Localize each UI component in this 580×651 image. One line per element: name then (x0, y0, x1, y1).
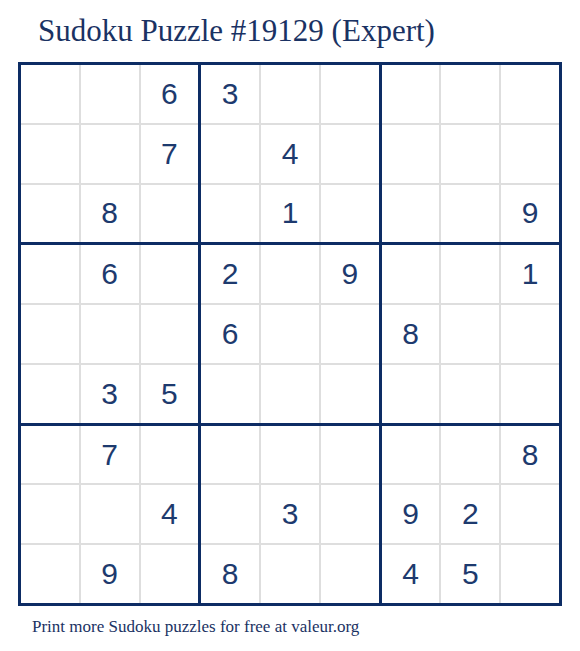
cell-r5c1[interactable] (21, 305, 79, 363)
cell-r3c9: 9 (501, 185, 559, 243)
page-title: Sudoku Puzzle #19129 (Expert) (38, 13, 435, 49)
cell-r9c3[interactable] (141, 545, 199, 603)
cell-r6c8[interactable] (441, 365, 499, 423)
box-1-3: 9 (382, 65, 559, 242)
cell-r9c5[interactable] (261, 545, 319, 603)
cell-r4c6: 9 (321, 245, 379, 303)
cell-r9c6[interactable] (321, 545, 379, 603)
cell-r4c8[interactable] (441, 245, 499, 303)
cell-r2c2[interactable] (81, 125, 139, 183)
cell-r2c9[interactable] (501, 125, 559, 183)
cell-r5c5[interactable] (261, 305, 319, 363)
cell-r8c8: 2 (441, 485, 499, 543)
cell-r8c2[interactable] (81, 485, 139, 543)
cell-r6c3: 5 (141, 365, 199, 423)
cell-r3c6[interactable] (321, 185, 379, 243)
cell-r3c1[interactable] (21, 185, 79, 243)
cell-r5c2[interactable] (81, 305, 139, 363)
cell-r1c1[interactable] (21, 65, 79, 123)
sudoku-page: Sudoku Puzzle #19129 (Expert) 6783419635… (0, 0, 580, 651)
cell-r6c1[interactable] (21, 365, 79, 423)
cell-r6c9[interactable] (501, 365, 559, 423)
cell-r1c6[interactable] (321, 65, 379, 123)
cell-r4c2: 6 (81, 245, 139, 303)
cell-r5c4: 6 (201, 305, 259, 363)
cell-r8c4[interactable] (201, 485, 259, 543)
box-2-3: 18 (382, 245, 559, 422)
cell-r7c9: 8 (501, 426, 559, 484)
cell-r5c7: 8 (382, 305, 440, 363)
cell-r1c7[interactable] (382, 65, 440, 123)
cell-r7c3[interactable] (141, 426, 199, 484)
cell-r1c3: 6 (141, 65, 199, 123)
cell-r6c7[interactable] (382, 365, 440, 423)
cell-r8c6[interactable] (321, 485, 379, 543)
cell-r1c9[interactable] (501, 65, 559, 123)
cell-r2c8[interactable] (441, 125, 499, 183)
cell-r7c1[interactable] (21, 426, 79, 484)
cell-r7c5[interactable] (261, 426, 319, 484)
cell-r4c3[interactable] (141, 245, 199, 303)
cell-r3c8[interactable] (441, 185, 499, 243)
cell-r4c1[interactable] (21, 245, 79, 303)
cell-r7c8[interactable] (441, 426, 499, 484)
cell-r4c5[interactable] (261, 245, 319, 303)
cell-r9c8: 5 (441, 545, 499, 603)
cell-r2c1[interactable] (21, 125, 79, 183)
cell-r2c7[interactable] (382, 125, 440, 183)
box-1-2: 341 (201, 65, 378, 242)
sudoku-board: 6783419635296187493889245 (18, 62, 562, 606)
cell-r8c9[interactable] (501, 485, 559, 543)
cell-r5c9[interactable] (501, 305, 559, 363)
box-3-1: 749 (21, 426, 198, 603)
cell-r1c8[interactable] (441, 65, 499, 123)
cell-r3c5: 1 (261, 185, 319, 243)
cell-r7c2: 7 (81, 426, 139, 484)
cell-r5c6[interactable] (321, 305, 379, 363)
cell-r2c6[interactable] (321, 125, 379, 183)
cell-r9c7: 4 (382, 545, 440, 603)
box-3-3: 89245 (382, 426, 559, 603)
cell-r3c7[interactable] (382, 185, 440, 243)
cell-r6c2: 3 (81, 365, 139, 423)
box-2-1: 635 (21, 245, 198, 422)
cell-r9c4: 8 (201, 545, 259, 603)
cell-r2c5: 4 (261, 125, 319, 183)
cell-r5c8[interactable] (441, 305, 499, 363)
cell-r6c5[interactable] (261, 365, 319, 423)
cell-r8c7: 9 (382, 485, 440, 543)
box-3-2: 38 (201, 426, 378, 603)
cell-r9c9[interactable] (501, 545, 559, 603)
cell-r6c6[interactable] (321, 365, 379, 423)
cell-r3c3[interactable] (141, 185, 199, 243)
cell-r5c3[interactable] (141, 305, 199, 363)
cell-r8c5: 3 (261, 485, 319, 543)
cell-r4c9: 1 (501, 245, 559, 303)
cell-r6c4[interactable] (201, 365, 259, 423)
cell-r1c2[interactable] (81, 65, 139, 123)
cell-r8c1[interactable] (21, 485, 79, 543)
cell-r9c1[interactable] (21, 545, 79, 603)
cell-r2c3: 7 (141, 125, 199, 183)
cell-r1c4: 3 (201, 65, 259, 123)
cell-r2c4[interactable] (201, 125, 259, 183)
cell-r9c2: 9 (81, 545, 139, 603)
cell-r8c3: 4 (141, 485, 199, 543)
cell-r3c2: 8 (81, 185, 139, 243)
cell-r1c5[interactable] (261, 65, 319, 123)
box-2-2: 296 (201, 245, 378, 422)
cell-r7c4[interactable] (201, 426, 259, 484)
box-1-1: 678 (21, 65, 198, 242)
footer-credit: Print more Sudoku puzzles for free at va… (32, 617, 359, 637)
cell-r7c7[interactable] (382, 426, 440, 484)
cell-r4c4: 2 (201, 245, 259, 303)
cell-r7c6[interactable] (321, 426, 379, 484)
cell-r4c7[interactable] (382, 245, 440, 303)
cell-r3c4[interactable] (201, 185, 259, 243)
